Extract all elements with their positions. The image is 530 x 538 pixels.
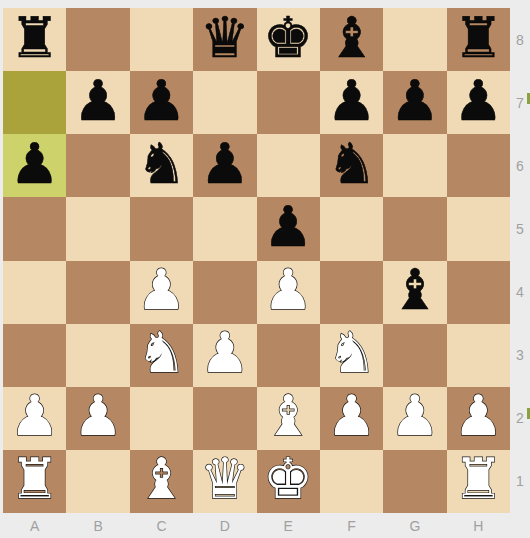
square-g6[interactable] [383,134,446,197]
square-g2[interactable]: ♟ [383,387,446,450]
square-b2[interactable]: ♟ [66,387,129,450]
file-label-g: G [383,513,446,538]
rank-label-8: 8 [510,8,530,71]
square-e5[interactable]: ♟ [257,197,320,260]
white-rook-h1[interactable]: ♜ [453,451,503,507]
square-f2[interactable]: ♟ [320,387,383,450]
square-g4[interactable]: ♝ [383,261,446,324]
square-e6[interactable] [257,134,320,197]
square-d2[interactable] [193,387,256,450]
square-b7[interactable]: ♟ [66,71,129,134]
square-h1[interactable]: ♜ [447,450,510,513]
square-e1[interactable]: ♚ [257,450,320,513]
white-king-e1[interactable]: ♚ [263,451,313,507]
square-g7[interactable]: ♟ [383,71,446,134]
white-bishop-e2[interactable]: ♝ [263,388,313,444]
white-pawn-e4[interactable]: ♟ [263,262,313,318]
square-f7[interactable]: ♟ [320,71,383,134]
square-d3[interactable]: ♟ [193,324,256,387]
white-pawn-c4[interactable]: ♟ [136,262,186,318]
square-h2[interactable]: ♟ [447,387,510,450]
square-d7[interactable] [193,71,256,134]
square-a4[interactable] [3,261,66,324]
square-d1[interactable]: ♛ [193,450,256,513]
black-pawn-h7[interactable]: ♟ [453,73,503,129]
white-queen-d1[interactable]: ♛ [200,451,250,507]
square-g1[interactable] [383,450,446,513]
square-f4[interactable] [320,261,383,324]
square-c4[interactable]: ♟ [130,261,193,324]
square-h8[interactable]: ♜ [447,8,510,71]
file-label-e: E [257,513,320,538]
square-h5[interactable] [447,197,510,260]
square-g5[interactable] [383,197,446,260]
file-label-b: B [66,513,129,538]
black-pawn-c7[interactable]: ♟ [136,73,186,129]
square-a6[interactable]: ♟ [3,134,66,197]
square-c1[interactable]: ♝ [130,450,193,513]
square-a3[interactable] [3,324,66,387]
white-rook-a1[interactable]: ♜ [10,451,60,507]
file-label-a: A [3,513,66,538]
black-pawn-a6[interactable]: ♟ [10,136,60,192]
black-rook-a8[interactable]: ♜ [10,10,60,66]
file-label-f: F [320,513,383,538]
square-c8[interactable] [130,8,193,71]
square-c2[interactable] [130,387,193,450]
square-a8[interactable]: ♜ [3,8,66,71]
square-d4[interactable] [193,261,256,324]
square-h6[interactable] [447,134,510,197]
square-b3[interactable] [66,324,129,387]
black-rook-h8[interactable]: ♜ [453,10,503,66]
square-c7[interactable]: ♟ [130,71,193,134]
white-bishop-c1[interactable]: ♝ [136,451,186,507]
square-e3[interactable] [257,324,320,387]
square-f8[interactable]: ♝ [320,8,383,71]
square-e7[interactable] [257,71,320,134]
black-bishop-f8[interactable]: ♝ [326,10,376,66]
square-b4[interactable] [66,261,129,324]
rank-coordinate-labels: 87654321 [510,8,530,513]
square-e8[interactable]: ♚ [257,8,320,71]
rank-label-5: 5 [510,197,530,260]
black-bishop-g4[interactable]: ♝ [390,262,440,318]
black-knight-c6[interactable]: ♞ [136,136,186,192]
square-h4[interactable] [447,261,510,324]
square-c6[interactable]: ♞ [130,134,193,197]
black-pawn-f7[interactable]: ♟ [326,73,376,129]
square-a5[interactable] [3,197,66,260]
file-label-d: D [193,513,256,538]
square-e2[interactable]: ♝ [257,387,320,450]
black-king-e8[interactable]: ♚ [263,10,313,66]
square-g3[interactable] [383,324,446,387]
file-label-c: C [130,513,193,538]
black-pawn-e5[interactable]: ♟ [263,199,313,255]
square-f3[interactable]: ♞ [320,324,383,387]
rank-label-6: 6 [510,134,530,197]
square-d6[interactable]: ♟ [193,134,256,197]
square-e4[interactable]: ♟ [257,261,320,324]
square-f6[interactable]: ♞ [320,134,383,197]
square-a2[interactable]: ♟ [3,387,66,450]
square-b5[interactable] [66,197,129,260]
chess-app: ♜♛♚♝♜♟♟♟♟♟♟♞♟♞♟♟♟♝♞♟♞♟♟♝♟♟♟♜♝♛♚♜ 8765432… [0,0,530,538]
black-queen-d8[interactable]: ♛ [200,10,250,66]
file-label-h: H [447,513,510,538]
rank-label-4: 4 [510,261,530,324]
square-c3[interactable]: ♞ [130,324,193,387]
square-d5[interactable] [193,197,256,260]
square-b6[interactable] [66,134,129,197]
white-pawn-g2[interactable]: ♟ [390,388,440,444]
white-knight-c3[interactable]: ♞ [136,325,186,381]
white-pawn-b2[interactable]: ♟ [73,388,123,444]
black-pawn-b7[interactable]: ♟ [73,73,123,129]
white-knight-f3[interactable]: ♞ [326,325,376,381]
square-g8[interactable] [383,8,446,71]
square-f5[interactable] [320,197,383,260]
square-h3[interactable] [447,324,510,387]
black-knight-f6[interactable]: ♞ [326,136,376,192]
square-a7[interactable] [3,71,66,134]
square-d8[interactable]: ♛ [193,8,256,71]
square-b1[interactable] [66,450,129,513]
square-c5[interactable] [130,197,193,260]
white-pawn-a2[interactable]: ♟ [10,388,60,444]
white-pawn-d3[interactable]: ♟ [200,325,250,381]
black-pawn-d6[interactable]: ♟ [200,136,250,192]
rank-label-1: 1 [510,450,530,513]
file-coordinate-labels: ABCDEFGH [3,513,510,538]
rank-label-3: 3 [510,324,530,387]
square-a1[interactable]: ♜ [3,450,66,513]
square-f1[interactable] [320,450,383,513]
chess-board: ♜♛♚♝♜♟♟♟♟♟♟♞♟♞♟♟♟♝♞♟♞♟♟♝♟♟♟♜♝♛♚♜ [3,8,510,513]
black-pawn-g7[interactable]: ♟ [390,73,440,129]
white-pawn-f2[interactable]: ♟ [326,388,376,444]
page: { "game": "chess", "position": { "fen": … [0,0,530,538]
white-pawn-h2[interactable]: ♟ [453,388,503,444]
square-b8[interactable] [66,8,129,71]
square-h7[interactable]: ♟ [447,71,510,134]
